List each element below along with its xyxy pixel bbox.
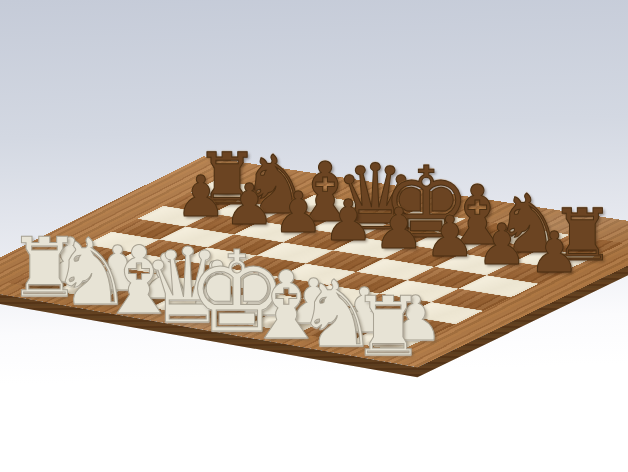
piece-black-pawn-a7: ♟ <box>175 169 226 226</box>
pieces-layer: ♜♞♝♛♚♝♞♜♟♟♟♟♟♟♟♟♟♟♟♟♟♟♟♟♜♞♝♛♚♝♞♜ <box>0 0 628 472</box>
piece-black-pawn-d7: ♟ <box>323 192 374 249</box>
piece-black-pawn-g7: ♟ <box>476 217 527 274</box>
piece-black-pawn-h7: ♟ <box>529 225 580 282</box>
piece-white-rook-h1: ♜ <box>351 286 424 368</box>
piece-black-pawn-f7: ♟ <box>425 209 476 266</box>
piece-black-pawn-e7: ♟ <box>373 200 424 257</box>
chess-render-scene: ♜♞♝♛♚♝♞♜♟♟♟♟♟♟♟♟♟♟♟♟♟♟♟♟♜♞♝♛♚♝♞♜ <box>0 0 628 472</box>
